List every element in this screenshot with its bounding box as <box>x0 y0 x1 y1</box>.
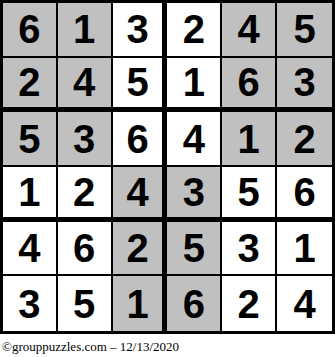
cell-r1c5: 4 <box>222 3 277 58</box>
cell-r1c1: 6 <box>3 3 58 58</box>
cell-r5c5: 3 <box>222 222 277 277</box>
cell-r2c5: 6 <box>222 58 277 113</box>
cell-r4c3: 4 <box>113 167 168 222</box>
sudoku-board: 613245245163536412124356462531351624 <box>0 0 335 334</box>
cell-r6c6: 4 <box>277 276 332 331</box>
cell-r2c4: 1 <box>167 58 222 113</box>
cell-r3c2: 3 <box>58 112 113 167</box>
cell-r6c2: 5 <box>58 276 113 331</box>
cell-r3c5: 1 <box>222 112 277 167</box>
copyright-text: ©grouppuzzles.com – 12/13/2020 <box>2 339 179 355</box>
cell-r6c4: 6 <box>167 276 222 331</box>
cell-r2c1: 2 <box>3 58 58 113</box>
cell-r4c4: 3 <box>167 167 222 222</box>
cell-r3c1: 5 <box>3 112 58 167</box>
cell-r3c4: 4 <box>167 112 222 167</box>
cell-r1c4: 2 <box>167 3 222 58</box>
cell-r6c1: 3 <box>3 276 58 331</box>
cell-r4c2: 2 <box>58 167 113 222</box>
cell-r5c4: 5 <box>167 222 222 277</box>
cell-r5c6: 1 <box>277 222 332 277</box>
cell-r3c6: 2 <box>277 112 332 167</box>
cell-r5c1: 4 <box>3 222 58 277</box>
cell-r1c3: 3 <box>113 3 168 58</box>
cell-r3c3: 6 <box>113 112 168 167</box>
cell-r1c2: 1 <box>58 3 113 58</box>
cell-r2c3: 5 <box>113 58 168 113</box>
cell-r6c3: 1 <box>113 276 168 331</box>
cell-r2c6: 3 <box>277 58 332 113</box>
cell-r4c5: 5 <box>222 167 277 222</box>
cell-r6c5: 2 <box>222 276 277 331</box>
cell-r5c2: 6 <box>58 222 113 277</box>
cell-r4c1: 1 <box>3 167 58 222</box>
cell-r5c3: 2 <box>113 222 168 277</box>
cell-r1c6: 5 <box>277 3 332 58</box>
cell-r2c2: 4 <box>58 58 113 113</box>
cell-r4c6: 6 <box>277 167 332 222</box>
